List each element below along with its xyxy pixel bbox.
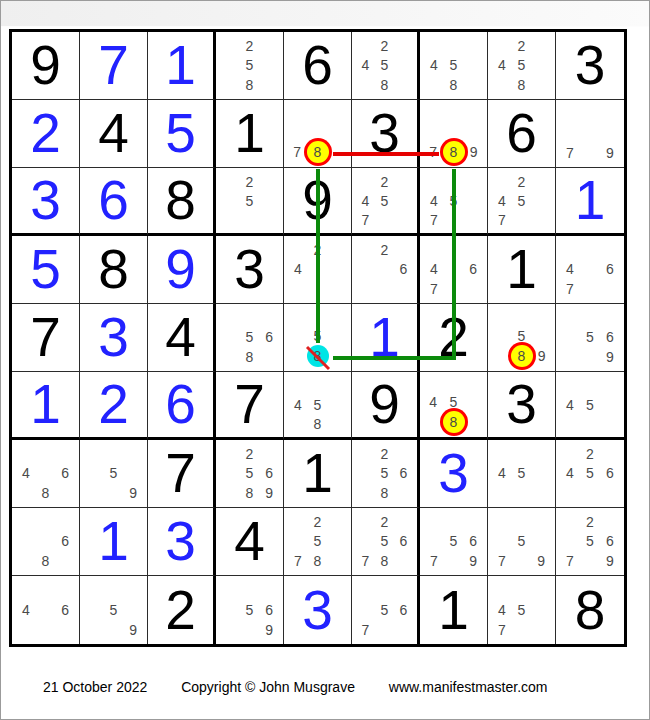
sudoku-app: 9712586245845824583245178378967936825924… bbox=[0, 0, 650, 720]
pencil-mark: 7 bbox=[288, 551, 308, 571]
cell-r1c5[interactable]: 6 bbox=[284, 32, 352, 100]
pencil-marks: 25689 bbox=[216, 440, 283, 507]
cell-r2c1[interactable]: 2 bbox=[12, 100, 80, 168]
pencil-mark: 8 bbox=[240, 75, 260, 95]
cell-r6c2[interactable]: 2 bbox=[80, 372, 148, 440]
solved-digit: 6 bbox=[148, 372, 213, 437]
pencil-mark: 9 bbox=[531, 551, 551, 571]
pencil-marks: 26 bbox=[352, 236, 417, 303]
solved-digit: 9 bbox=[148, 236, 213, 303]
pencil-marks: 567 bbox=[352, 576, 417, 644]
pencil-mark: 5 bbox=[240, 600, 260, 620]
pencil-mark: 5 bbox=[512, 600, 532, 620]
pencil-mark: 5 bbox=[375, 191, 394, 210]
pencil-marks: 458 bbox=[420, 32, 487, 99]
footer-website: www.manifestmaster.com bbox=[389, 679, 548, 695]
pencil-mark: 9 bbox=[259, 483, 279, 503]
pencil-marks: 258 bbox=[216, 32, 283, 99]
solved-digit: 2 bbox=[80, 372, 147, 437]
pencil-mark: 5 bbox=[104, 464, 124, 484]
pencil-marks: 2568 bbox=[352, 440, 417, 507]
given-digit: 2 bbox=[148, 576, 213, 644]
pencil-mark: 4 bbox=[560, 395, 580, 414]
pencil-marks: 25679 bbox=[556, 508, 624, 575]
pencil-mark: 2 bbox=[240, 36, 260, 56]
given-digit: 9 bbox=[12, 32, 79, 99]
given-digit: 6 bbox=[488, 100, 555, 167]
pencil-mark: 4 bbox=[560, 260, 580, 280]
pencil-mark: 5 bbox=[308, 395, 328, 414]
cell-r3c9[interactable]: 1 bbox=[556, 168, 624, 236]
pencil-marks: 2458 bbox=[488, 32, 555, 99]
cell-r8c9[interactable]: 25679 bbox=[556, 508, 624, 576]
cell-r4c1[interactable]: 5 bbox=[12, 236, 80, 304]
cell-r3c5[interactable]: 9 bbox=[284, 168, 352, 236]
pencil-mark: 6 bbox=[394, 532, 413, 552]
solved-digit: 6 bbox=[80, 168, 147, 233]
pencil-mark: 6 bbox=[259, 600, 279, 620]
pencil-mark: 2 bbox=[308, 240, 328, 260]
pencil-marks: 45 bbox=[556, 372, 624, 437]
cell-r8c7[interactable]: 5679 bbox=[420, 508, 488, 576]
pencil-mark: 9 bbox=[463, 551, 483, 571]
given-digit: 6 bbox=[284, 32, 351, 99]
solved-digit: 3 bbox=[80, 304, 147, 371]
pencil-mark: 6 bbox=[259, 464, 279, 484]
pencil-marks: 2456 bbox=[556, 440, 624, 507]
candidate-circle-cyan: 8 bbox=[307, 345, 329, 367]
pencil-marks: 46 bbox=[12, 576, 79, 644]
pencil-mark: 2 bbox=[375, 444, 394, 464]
pencil-marks: 25678 bbox=[352, 508, 417, 575]
pencil-mark: 7 bbox=[356, 620, 375, 640]
given-digit: 2 bbox=[420, 304, 487, 371]
pencil-mark: 2 bbox=[512, 172, 532, 191]
pencil-marks: 467 bbox=[556, 236, 624, 303]
candidate-circle-yellow: 8 bbox=[307, 141, 329, 163]
solved-digit: 5 bbox=[12, 236, 79, 303]
pencil-mark: 8 bbox=[240, 483, 260, 503]
cell-r4c6[interactable]: 26 bbox=[352, 236, 420, 304]
cell-r5c2[interactable]: 3 bbox=[80, 304, 148, 372]
pencil-mark: 7 bbox=[492, 551, 512, 571]
cell-r8c1[interactable]: 68 bbox=[12, 508, 80, 576]
cell-r6c9[interactable]: 45 bbox=[556, 372, 624, 440]
given-digit: 7 bbox=[12, 304, 79, 371]
candidate-circle-yellow: 8 bbox=[443, 141, 465, 163]
pencil-mark: 5 bbox=[580, 328, 600, 348]
pencil-mark: 2 bbox=[375, 36, 394, 56]
cell-r1c2[interactable]: 7 bbox=[80, 32, 148, 100]
cell-r1c4[interactable]: 258 bbox=[216, 32, 284, 100]
pencil-mark: 9 bbox=[259, 620, 279, 640]
cell-r1c6[interactable]: 2458 bbox=[352, 32, 420, 100]
pencil-mark: 4 bbox=[424, 260, 444, 280]
pencil-mark: 4 bbox=[288, 260, 308, 280]
solved-digit: 1 bbox=[352, 304, 417, 371]
cell-r9c2[interactable]: 59 bbox=[80, 576, 148, 644]
pencil-mark: 6 bbox=[55, 464, 75, 484]
cell-r7c2[interactable]: 59 bbox=[80, 440, 148, 508]
pencil-mark: 6 bbox=[394, 260, 413, 280]
cell-r3c1[interactable]: 3 bbox=[12, 168, 80, 236]
pencil-mark: 6 bbox=[55, 532, 75, 552]
cell-r2c7[interactable]: 789 bbox=[420, 100, 488, 168]
pencil-mark: 5 bbox=[580, 395, 600, 414]
pencil-marks: 58 bbox=[284, 304, 351, 371]
pencil-marks: 579 bbox=[488, 508, 555, 575]
cell-r5c6[interactable]: 1 bbox=[352, 304, 420, 372]
cell-r7c1[interactable]: 468 bbox=[12, 440, 80, 508]
cell-r5c3[interactable]: 4 bbox=[148, 304, 216, 372]
pencil-mark: 4 bbox=[16, 600, 36, 620]
cell-r6c4[interactable]: 7 bbox=[216, 372, 284, 440]
pencil-mark: 7 bbox=[356, 210, 375, 229]
given-digit: 8 bbox=[148, 168, 213, 233]
pencil-mark: 4 bbox=[356, 191, 375, 210]
cell-r3c2[interactable]: 6 bbox=[80, 168, 148, 236]
cell-r2c2[interactable]: 4 bbox=[80, 100, 148, 168]
pencil-mark: 6 bbox=[463, 260, 483, 280]
cell-r6c6[interactable]: 9 bbox=[352, 372, 420, 440]
pencil-mark: 5 bbox=[307, 327, 329, 346]
pencil-mark: 8 bbox=[375, 75, 394, 95]
given-digit: 3 bbox=[352, 100, 417, 167]
pencil-mark: 5 bbox=[444, 532, 464, 552]
cell-r9c9[interactable]: 8 bbox=[556, 576, 624, 644]
solved-digit: 3 bbox=[12, 168, 79, 233]
pencil-marks: 68 bbox=[12, 508, 79, 575]
cell-r6c5[interactable]: 458 bbox=[284, 372, 352, 440]
given-digit: 1 bbox=[488, 236, 555, 303]
cell-r2c4[interactable]: 1 bbox=[216, 100, 284, 168]
cell-r5c5[interactable]: 58 bbox=[284, 304, 352, 372]
pencil-mark: 9 bbox=[533, 345, 552, 367]
given-digit: 8 bbox=[80, 236, 147, 303]
pencil-mark: 6 bbox=[259, 328, 279, 348]
pencil-mark: 8 bbox=[36, 551, 56, 571]
pencil-marks: 468 bbox=[12, 440, 79, 507]
pencil-marks: 458 bbox=[420, 372, 487, 437]
pencil-mark: 5 bbox=[580, 464, 600, 484]
cell-r6c7[interactable]: 458 bbox=[420, 372, 488, 440]
pencil-mark: 8 bbox=[308, 551, 328, 571]
cell-r8c2[interactable]: 1 bbox=[80, 508, 148, 576]
cell-r8c3[interactable]: 3 bbox=[148, 508, 216, 576]
given-digit: 3 bbox=[556, 32, 624, 99]
pencil-mark: 2 bbox=[308, 512, 328, 532]
pencil-marks: 2457 bbox=[352, 168, 417, 233]
cell-r5c9[interactable]: 569 bbox=[556, 304, 624, 372]
cell-r1c8[interactable]: 2458 bbox=[488, 32, 556, 100]
pencil-mark: 5 bbox=[512, 532, 532, 552]
pencil-mark: 5 bbox=[444, 191, 464, 210]
pencil-mark: 6 bbox=[600, 260, 620, 280]
given-digit: 8 bbox=[556, 576, 624, 644]
pencil-marks: 2458 bbox=[352, 32, 417, 99]
candidate-circle-yellow: 8 bbox=[511, 345, 533, 367]
pencil-mark: 5 bbox=[580, 532, 600, 552]
pencil-mark: 4 bbox=[424, 56, 444, 76]
cell-r6c3[interactable]: 6 bbox=[148, 372, 216, 440]
cell-r8c8[interactable]: 579 bbox=[488, 508, 556, 576]
cell-r9c4[interactable]: 569 bbox=[216, 576, 284, 644]
cell-r6c1[interactable]: 1 bbox=[12, 372, 80, 440]
cell-r5c4[interactable]: 568 bbox=[216, 304, 284, 372]
cell-r4c3[interactable]: 9 bbox=[148, 236, 216, 304]
pencil-mark: 9 bbox=[600, 551, 620, 571]
footer-copyright: Copyright © John Musgrave bbox=[181, 679, 355, 695]
pencil-mark: 5 bbox=[375, 464, 394, 484]
pencil-marks: 45 bbox=[488, 440, 555, 507]
cell-r7c6[interactable]: 2568 bbox=[352, 440, 420, 508]
solved-digit: 2 bbox=[12, 100, 79, 167]
given-digit: 4 bbox=[80, 100, 147, 167]
cell-r7c4[interactable]: 25689 bbox=[216, 440, 284, 508]
cell-r4c4[interactable]: 3 bbox=[216, 236, 284, 304]
solved-digit: 3 bbox=[284, 576, 351, 644]
given-digit: 1 bbox=[284, 440, 351, 507]
pencil-mark: 2 bbox=[580, 512, 600, 532]
pencil-mark: 2 bbox=[240, 444, 260, 464]
pencil-mark: 7 bbox=[424, 551, 444, 571]
pencil-mark: 7 bbox=[356, 551, 375, 571]
pencil-mark: 2 bbox=[240, 172, 260, 191]
cell-r3c8[interactable]: 2457 bbox=[488, 168, 556, 236]
pencil-mark: 5 bbox=[240, 191, 260, 210]
pencil-mark: 9 bbox=[123, 483, 143, 503]
solved-digit: 1 bbox=[12, 372, 79, 437]
pencil-mark: 2 bbox=[375, 172, 394, 191]
pencil-marks: 2578 bbox=[284, 508, 351, 575]
pencil-mark: 7 bbox=[492, 210, 512, 229]
pencil-mark: 4 bbox=[424, 394, 443, 412]
pencil-marks: 457 bbox=[420, 168, 487, 233]
solved-digit: 3 bbox=[148, 508, 213, 575]
pencil-mark: 7 bbox=[560, 279, 580, 299]
pencil-mark: 5 bbox=[308, 532, 328, 552]
pencil-mark: 9 bbox=[600, 143, 620, 163]
pencil-marks: 5679 bbox=[420, 508, 487, 575]
pencil-marks: 79 bbox=[556, 100, 624, 167]
pencil-mark: 8 bbox=[375, 551, 394, 571]
cell-r5c8[interactable]: 589 bbox=[488, 304, 556, 372]
cell-r9c3[interactable]: 2 bbox=[148, 576, 216, 644]
pencil-mark: 2 bbox=[375, 240, 394, 260]
cell-r9c8[interactable]: 457 bbox=[488, 576, 556, 644]
pencil-mark: 7 bbox=[424, 279, 444, 299]
pencil-marks: 25 bbox=[216, 168, 283, 233]
solved-digit: 5 bbox=[148, 100, 213, 167]
pencil-mark: 5 bbox=[104, 600, 124, 620]
pencil-marks: 589 bbox=[488, 304, 555, 371]
pencil-mark: 6 bbox=[463, 532, 483, 552]
cell-r5c1[interactable]: 7 bbox=[12, 304, 80, 372]
pencil-marks: 457 bbox=[488, 576, 555, 644]
pencil-marks: 24 bbox=[284, 236, 351, 303]
given-digit: 3 bbox=[216, 236, 283, 303]
given-digit: 7 bbox=[216, 372, 283, 437]
cell-r7c3[interactable]: 7 bbox=[148, 440, 216, 508]
pencil-mark: 5 bbox=[375, 532, 394, 552]
pencil-marks: 458 bbox=[284, 372, 351, 437]
pencil-marks: 59 bbox=[80, 440, 147, 507]
pencil-mark: 5 bbox=[511, 327, 533, 346]
cell-r2c6[interactable]: 3 bbox=[352, 100, 420, 168]
candidate-circle-yellow: 8 bbox=[443, 411, 465, 433]
pencil-marks: 789 bbox=[420, 100, 487, 167]
cell-r1c9[interactable]: 3 bbox=[556, 32, 624, 100]
pencil-mark: 7 bbox=[560, 143, 580, 163]
cell-r1c1[interactable]: 9 bbox=[12, 32, 80, 100]
pencil-mark: 4 bbox=[492, 56, 512, 76]
footer: 21 October 2022 Copyright © John Musgrav… bbox=[43, 677, 548, 697]
cell-r7c7[interactable]: 3 bbox=[420, 440, 488, 508]
pencil-mark: 7 bbox=[288, 141, 307, 163]
cell-r4c2[interactable]: 8 bbox=[80, 236, 148, 304]
given-digit: 7 bbox=[148, 440, 213, 507]
cell-r7c5[interactable]: 1 bbox=[284, 440, 352, 508]
pencil-mark: 2 bbox=[512, 36, 532, 56]
pencil-mark: 6 bbox=[600, 532, 620, 552]
pencil-mark: 5 bbox=[443, 394, 465, 412]
window-top-strip bbox=[1, 1, 649, 27]
solved-digit: 1 bbox=[148, 32, 213, 99]
given-digit: 3 bbox=[488, 372, 555, 437]
cell-r3c3[interactable]: 8 bbox=[148, 168, 216, 236]
cell-r9c5[interactable]: 3 bbox=[284, 576, 352, 644]
cell-r2c8[interactable]: 6 bbox=[488, 100, 556, 168]
pencil-marks: 2457 bbox=[488, 168, 555, 233]
pencil-marks: 569 bbox=[556, 304, 624, 371]
pencil-mark: 8 bbox=[240, 347, 260, 367]
cell-r9c6[interactable]: 567 bbox=[352, 576, 420, 644]
pencil-mark: 8 bbox=[308, 414, 328, 433]
pencil-marks: 467 bbox=[420, 236, 487, 303]
pencil-mark: 4 bbox=[492, 191, 512, 210]
pencil-mark: 4 bbox=[424, 191, 444, 210]
pencil-mark: 5 bbox=[375, 600, 394, 620]
cell-r1c3[interactable]: 1 bbox=[148, 32, 216, 100]
cell-r1c7[interactable]: 458 bbox=[420, 32, 488, 100]
sudoku-board: 9712586245845824583245178378967936825924… bbox=[9, 29, 627, 647]
cell-r4c8[interactable]: 1 bbox=[488, 236, 556, 304]
pencil-mark: 5 bbox=[240, 56, 260, 76]
pencil-mark: 6 bbox=[394, 464, 413, 484]
pencil-mark: 9 bbox=[123, 620, 143, 640]
pencil-mark: 5 bbox=[512, 464, 532, 484]
given-digit: 9 bbox=[352, 372, 417, 437]
pencil-mark: 4 bbox=[560, 464, 580, 484]
pencil-mark: 4 bbox=[356, 56, 375, 76]
pencil-mark: 5 bbox=[512, 191, 532, 210]
cell-r3c6[interactable]: 2457 bbox=[352, 168, 420, 236]
cell-r8c4[interactable]: 4 bbox=[216, 508, 284, 576]
pencil-mark: 9 bbox=[465, 141, 484, 163]
cell-r2c9[interactable]: 79 bbox=[556, 100, 624, 168]
pencil-mark: 6 bbox=[600, 464, 620, 484]
cell-r9c7[interactable]: 1 bbox=[420, 576, 488, 644]
pencil-mark: 6 bbox=[394, 600, 413, 620]
cell-r3c7[interactable]: 457 bbox=[420, 168, 488, 236]
pencil-mark: 5 bbox=[375, 56, 394, 76]
pencil-mark: 4 bbox=[492, 600, 512, 620]
given-digit: 4 bbox=[148, 304, 213, 371]
cell-r6c8[interactable]: 3 bbox=[488, 372, 556, 440]
solved-digit: 1 bbox=[80, 508, 147, 575]
pencil-mark: 5 bbox=[444, 56, 464, 76]
cell-r5c7[interactable]: 2 bbox=[420, 304, 488, 372]
pencil-mark: 8 bbox=[444, 75, 464, 95]
pencil-mark: 6 bbox=[600, 328, 620, 348]
pencil-mark: 2 bbox=[375, 512, 394, 532]
pencil-marks: 59 bbox=[80, 576, 147, 644]
solved-digit: 1 bbox=[556, 168, 624, 233]
cell-r9c1[interactable]: 46 bbox=[12, 576, 80, 644]
pencil-mark: 7 bbox=[492, 620, 512, 640]
given-digit: 9 bbox=[284, 168, 351, 233]
cell-r3c4[interactable]: 25 bbox=[216, 168, 284, 236]
pencil-mark: 5 bbox=[240, 328, 260, 348]
pencil-mark: 7 bbox=[424, 141, 443, 163]
pencil-mark: 8 bbox=[375, 483, 394, 503]
solved-digit: 7 bbox=[80, 32, 147, 99]
footer-date: 21 October 2022 bbox=[43, 679, 147, 695]
given-digit: 4 bbox=[216, 508, 283, 575]
cell-r2c5[interactable]: 78 bbox=[284, 100, 352, 168]
pencil-mark: 2 bbox=[580, 444, 600, 464]
pencil-mark: 8 bbox=[36, 483, 56, 503]
given-digit: 1 bbox=[420, 576, 487, 644]
given-digit: 1 bbox=[216, 100, 283, 167]
cell-r4c5[interactable]: 24 bbox=[284, 236, 352, 304]
cell-r2c3[interactable]: 5 bbox=[148, 100, 216, 168]
cell-r7c9[interactable]: 2456 bbox=[556, 440, 624, 508]
cell-r4c7[interactable]: 467 bbox=[420, 236, 488, 304]
pencil-mark: 8 bbox=[512, 75, 532, 95]
pencil-mark: 6 bbox=[55, 600, 75, 620]
pencil-marks: 78 bbox=[284, 100, 351, 167]
pencil-mark: 4 bbox=[16, 464, 36, 484]
cell-r4c9[interactable]: 467 bbox=[556, 236, 624, 304]
cell-r7c8[interactable]: 45 bbox=[488, 440, 556, 508]
cell-r8c6[interactable]: 25678 bbox=[352, 508, 420, 576]
pencil-mark: 7 bbox=[424, 210, 444, 229]
pencil-marks: 569 bbox=[216, 576, 283, 644]
pencil-mark: 5 bbox=[240, 464, 260, 484]
solved-digit: 3 bbox=[420, 440, 487, 507]
pencil-mark: 9 bbox=[600, 347, 620, 367]
pencil-mark: 5 bbox=[512, 56, 532, 76]
pencil-mark: 7 bbox=[560, 551, 580, 571]
pencil-marks: 568 bbox=[216, 304, 283, 371]
cell-r8c5[interactable]: 2578 bbox=[284, 508, 352, 576]
pencil-mark: 4 bbox=[288, 395, 308, 414]
pencil-mark: 4 bbox=[492, 464, 512, 484]
